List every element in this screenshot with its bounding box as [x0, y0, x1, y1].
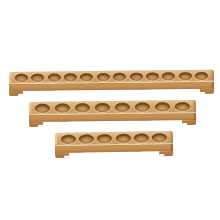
rack-medium-top-face [29, 100, 196, 114]
rack-medium [29, 100, 196, 128]
pit [115, 133, 130, 142]
pit [179, 72, 192, 80]
rack-medium-right-foot [182, 120, 196, 125]
pit [95, 103, 110, 112]
pit [129, 72, 142, 80]
pit [31, 73, 44, 81]
pit [195, 71, 208, 79]
rack-small-left-foot [55, 153, 69, 158]
rack-large-right-foot [200, 89, 214, 94]
rack-large [9, 70, 214, 97]
pit [79, 134, 94, 143]
pit [75, 103, 90, 112]
pit [64, 73, 77, 81]
rack-small [55, 131, 173, 159]
rack-medium-base [29, 120, 196, 128]
rack-small-top-face [55, 131, 173, 145]
rack-small-base [55, 151, 173, 159]
pit [55, 103, 70, 112]
rack-small-pits [55, 131, 173, 145]
rack-small-right-foot [159, 151, 173, 156]
rack-large-top-face [9, 70, 214, 83]
pit [97, 72, 110, 80]
pit [134, 133, 149, 142]
pit [113, 72, 126, 80]
pit [15, 73, 28, 81]
pit [152, 133, 167, 142]
pit [97, 134, 112, 143]
pit [146, 72, 159, 80]
pit [135, 102, 150, 111]
pit [35, 103, 50, 112]
pit [47, 73, 60, 81]
rack-large-pits [9, 70, 214, 83]
rack-large-left-foot [9, 91, 23, 96]
pit [115, 102, 130, 111]
product-photo-stage [0, 0, 220, 220]
pit [162, 72, 175, 80]
rack-medium-left-foot [29, 122, 43, 127]
pit [155, 102, 170, 111]
rack-medium-pits [29, 100, 196, 114]
pit [174, 102, 189, 111]
pit [60, 134, 75, 143]
pit [80, 73, 93, 81]
rack-large-base [9, 89, 214, 97]
